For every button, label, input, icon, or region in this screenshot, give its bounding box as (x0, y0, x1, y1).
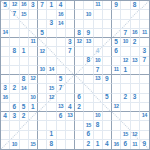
given-digit: 10 (12, 142, 17, 148)
cell-r5c15[interactable]: 2 (131, 38, 140, 47)
cell-r8c10[interactable] (84, 66, 93, 75)
cell-r2c5[interactable] (38, 10, 47, 19)
cell-r9c1[interactable] (1, 75, 10, 84)
cell-r7c11[interactable]: 10 (94, 57, 103, 66)
cell-r14c7[interactable] (57, 121, 66, 130)
given-digit: 9 (114, 2, 118, 9)
cell-r11c7[interactable] (57, 94, 66, 103)
cell-r7c12[interactable] (103, 57, 112, 66)
cell-r15c8[interactable] (66, 131, 75, 140)
cell-r4c14[interactable]: 7 (121, 29, 130, 38)
cell-r14c8[interactable] (66, 121, 75, 130)
cell-r7c15[interactable]: 13 (131, 57, 140, 66)
cell-r4c16[interactable]: 11 (140, 29, 149, 38)
cell-r12c1[interactable] (1, 103, 10, 112)
cell-r5c1[interactable] (1, 38, 10, 47)
cell-r2c3[interactable]: 15 (20, 10, 29, 19)
cell-r3c4[interactable] (29, 20, 38, 29)
given-digit: 5 (3, 2, 7, 9)
cell-r13c10[interactable] (84, 112, 93, 121)
given-digit: 8 (77, 30, 81, 37)
cell-r6c15[interactable] (131, 47, 140, 56)
cell-r1c10[interactable] (84, 1, 93, 10)
cell-r16c13[interactable]: 16 (112, 140, 121, 149)
given-digit: 1 (31, 104, 35, 111)
cell-r4c13[interactable] (112, 29, 121, 38)
cell-r7c9[interactable] (75, 57, 84, 66)
given-digit: 12 (77, 39, 82, 45)
cell-r1c3[interactable]: 16 (20, 1, 29, 10)
cell-r4c11[interactable] (94, 29, 103, 38)
cell-r6c7[interactable] (57, 47, 66, 56)
given-digit: 14 (49, 67, 54, 73)
given-digit: 8 (13, 48, 17, 55)
cell-r12c13[interactable]: 12 (112, 103, 121, 112)
cell-r16c9[interactable] (75, 140, 84, 149)
cell-r10c7[interactable]: 7 (57, 84, 66, 93)
cell-r1c14[interactable] (121, 1, 130, 10)
cell-r5c13[interactable]: 5 (112, 38, 121, 47)
given-digit: 5 (59, 76, 63, 83)
cell-r3c12[interactable] (103, 20, 112, 29)
cell-r9c10[interactable] (84, 75, 93, 84)
cell-r5c12[interactable] (103, 38, 112, 47)
cell-r12c8[interactable]: 4 (66, 103, 75, 112)
cell-r8c4[interactable] (29, 66, 38, 75)
cell-r4c6[interactable] (47, 29, 56, 38)
given-digit: 1 (50, 2, 54, 9)
cell-r13c14[interactable] (121, 112, 130, 121)
given-digit: 4 (68, 104, 72, 111)
cell-r2c15[interactable] (131, 10, 140, 19)
cell-r9c11[interactable]: 13 (94, 75, 103, 84)
cell-r11c4[interactable]: 10 (29, 94, 38, 103)
given-digit: 4 (105, 141, 109, 148)
cell-r15c11[interactable] (94, 131, 103, 140)
cell-r16c6[interactable]: 8 (47, 140, 56, 149)
cell-r4c12[interactable] (103, 29, 112, 38)
given-digit: 7 (40, 2, 44, 9)
cell-r16c15[interactable]: 11 (131, 140, 140, 149)
given-digit: 10 (95, 113, 100, 119)
cell-r3c10[interactable] (84, 20, 93, 29)
given-digit: 15 (49, 86, 54, 92)
given-digit: 7 (143, 57, 147, 64)
cell-r8c3[interactable] (20, 66, 29, 75)
cell-r5c7[interactable] (57, 38, 66, 47)
cell-r3c6[interactable]: 3 (47, 20, 56, 29)
cell-r12c16[interactable] (140, 103, 149, 112)
cell-r4c10[interactable]: 9 (84, 29, 93, 38)
cell-r10c1[interactable]: 3 (1, 84, 10, 93)
cell-r8c16[interactable] (140, 66, 149, 75)
cell-r16c5[interactable] (38, 140, 47, 149)
cell-r12c12[interactable] (103, 103, 112, 112)
cell-r11c2[interactable] (10, 94, 19, 103)
cell-r1c13[interactable]: 9 (112, 1, 121, 10)
cell-r6c10[interactable] (84, 47, 93, 56)
cell-r10c10[interactable] (84, 84, 93, 93)
cell-r10c14[interactable] (121, 84, 130, 93)
cell-r13c1[interactable]: 4 (1, 112, 10, 121)
cell-r4c4[interactable] (29, 29, 38, 38)
cell-r13c9[interactable] (75, 112, 84, 121)
cell-r16c12[interactable]: 4 (103, 140, 112, 149)
cell-r7c13[interactable] (112, 57, 121, 66)
cell-r16c11[interactable]: 1 (94, 140, 103, 149)
given-digit: 3 (3, 85, 7, 92)
cell-r1c9[interactable] (75, 1, 84, 10)
cell-r4c7[interactable] (57, 29, 66, 38)
cell-r14c11[interactable]: 8 (94, 121, 103, 130)
cell-r3c15[interactable] (131, 20, 140, 29)
cell-r11c5[interactable] (38, 94, 47, 103)
cell-r3c7[interactable]: 14 (57, 20, 66, 29)
cell-r15c13[interactable] (112, 131, 121, 140)
cell-r8c1[interactable] (1, 66, 10, 75)
cell-r9c15[interactable] (131, 75, 140, 84)
cell-r14c4[interactable] (29, 121, 38, 130)
cell-r8c11[interactable]: 7 (94, 66, 103, 75)
cell-r13c3[interactable]: 2 (20, 112, 29, 121)
given-digit: 9 (143, 141, 147, 148)
cell-r13c2[interactable]: 3 (10, 112, 19, 121)
cell-r1c8[interactable] (66, 1, 75, 10)
cell-r15c3[interactable] (20, 131, 29, 140)
cell-r7c8[interactable] (66, 57, 75, 66)
cell-r15c1[interactable] (1, 131, 10, 140)
cell-r5c4[interactable]: 11 (29, 38, 38, 47)
cell-r16c8[interactable] (66, 140, 75, 149)
cell-r10c13[interactable] (112, 84, 121, 93)
cell-r11c10[interactable] (84, 94, 93, 103)
cell-r14c13[interactable] (112, 121, 121, 130)
cell-r13c12[interactable] (103, 112, 112, 121)
cell-r13c16[interactable]: 14 (140, 112, 149, 121)
cell-r3c13[interactable] (112, 20, 121, 29)
cell-r14c12[interactable] (103, 121, 112, 130)
cell-r4c3[interactable] (20, 29, 29, 38)
cell-r13c11[interactable]: 10 (94, 112, 103, 121)
cell-r9c5[interactable] (38, 75, 47, 84)
cell-r3c14[interactable] (121, 20, 130, 29)
cell-r8c5[interactable]: 10 (38, 66, 47, 75)
cell-r15c4[interactable] (29, 131, 38, 140)
cell-r7c4[interactable] (29, 57, 38, 66)
cell-r15c7[interactable] (57, 131, 66, 140)
cell-r16c14[interactable]: 6 (121, 140, 130, 149)
given-digit: 3 (68, 39, 72, 46)
given-digit: 2 (124, 94, 128, 101)
cell-r6c12[interactable] (103, 47, 112, 56)
cell-r6c2[interactable]: 8 (10, 47, 19, 56)
cell-r9c13[interactable] (112, 75, 121, 84)
cell-r5c8[interactable]: 3 (66, 38, 75, 47)
cell-r10c15[interactable] (131, 84, 140, 93)
cell-r12c5[interactable] (38, 103, 47, 112)
cell-r9c16[interactable] (140, 75, 149, 84)
cell-r9c7[interactable]: 5 (57, 75, 66, 84)
given-digit: 10 (30, 95, 35, 101)
cell-r6c8[interactable]: 7 (66, 47, 75, 56)
cell-r14c16[interactable] (140, 121, 149, 130)
cell-r13c5[interactable] (38, 112, 47, 121)
cell-r10c9[interactable] (75, 84, 84, 93)
cell-r5c10[interactable]: 13 (84, 38, 93, 47)
cell-r4c8[interactable] (66, 29, 75, 38)
cell-r4c2[interactable] (10, 29, 19, 38)
cell-r13c7[interactable]: 6 (57, 112, 66, 121)
cell-r10c3[interactable]: 14 (20, 84, 29, 93)
cell-r3c3[interactable] (20, 20, 29, 29)
cell-r7c2[interactable] (10, 57, 19, 66)
given-digit: 12 (123, 58, 128, 64)
cell-r12c9[interactable]: 2 (75, 103, 84, 112)
cell-r3c5[interactable] (38, 20, 47, 29)
cell-r15c10[interactable]: 6 (84, 131, 93, 140)
given-digit: 13 (132, 58, 137, 64)
cell-r15c14[interactable]: 15 (121, 131, 130, 140)
cell-r2c9[interactable] (75, 10, 84, 19)
cell-r8c15[interactable] (131, 66, 140, 75)
cell-r13c4[interactable] (29, 112, 38, 121)
cell-r10c6[interactable]: 15 (47, 84, 56, 93)
cell-r7c6[interactable] (47, 57, 56, 66)
cell-r14c14[interactable] (121, 121, 130, 130)
cell-r15c16[interactable] (140, 131, 149, 140)
cell-r14c2[interactable] (10, 121, 19, 130)
user-digit: 4 (96, 48, 100, 55)
cell-r3c11[interactable] (94, 20, 103, 29)
cell-r13c6[interactable] (47, 112, 56, 121)
cell-r1c5[interactable]: 7 (38, 1, 47, 10)
cell-r7c10[interactable]: 8 (84, 57, 93, 66)
cell-r7c1[interactable] (1, 57, 10, 66)
cell-r5c3[interactable] (20, 38, 29, 47)
cell-r15c5[interactable] (38, 131, 47, 140)
cell-r12c3[interactable]: 5 (20, 103, 29, 112)
given-digit: 6 (59, 113, 63, 120)
cell-r16c3[interactable] (20, 140, 29, 149)
cell-r10c8[interactable] (66, 84, 75, 93)
cell-r9c2[interactable] (10, 75, 19, 84)
cell-r8c13[interactable]: 11 (112, 66, 121, 75)
given-digit: 6 (114, 48, 118, 55)
cell-r10c12[interactable] (103, 84, 112, 93)
cell-r4c15[interactable]: 16 (131, 29, 140, 38)
cell-r14c9[interactable] (75, 121, 84, 130)
cell-r7c3[interactable] (20, 57, 29, 66)
cell-r11c14[interactable]: 2 (121, 94, 130, 103)
cell-r6c14[interactable] (121, 47, 130, 56)
cell-r16c1[interactable] (1, 140, 10, 149)
cell-r16c2[interactable]: 10 (10, 140, 19, 149)
given-digit: 7 (124, 30, 128, 37)
given-digit: 13 (95, 76, 100, 82)
cell-r2c12[interactable] (103, 10, 112, 19)
given-digit: 5 (105, 94, 109, 101)
cell-r1c4[interactable]: 3 (29, 1, 38, 10)
cell-r5c16[interactable] (140, 38, 149, 47)
cell-r14c5[interactable] (38, 121, 47, 130)
given-digit: 10 (95, 58, 100, 64)
cell-r11c12[interactable]: 5 (103, 94, 112, 103)
cell-r6c3[interactable]: 1 (20, 47, 29, 56)
cell-r8c14[interactable]: 1 (121, 66, 130, 75)
cell-r10c11[interactable] (94, 84, 103, 93)
cell-r11c9[interactable]: 6 (75, 94, 84, 103)
cell-r8c12[interactable] (103, 66, 112, 75)
cell-r2c8[interactable] (66, 10, 75, 19)
cell-r3c16[interactable] (140, 20, 149, 29)
cell-r12c7[interactable]: 13 (57, 103, 66, 112)
cell-r6c6[interactable] (47, 47, 56, 56)
given-digit: 13 (67, 113, 72, 119)
given-digit: 16 (58, 12, 63, 18)
cell-r2c4[interactable] (29, 10, 38, 19)
cell-r1c12[interactable] (103, 1, 112, 10)
cell-r9c12[interactable]: 9 (103, 75, 112, 84)
cell-r9c4[interactable]: 12 (29, 75, 38, 84)
cell-r13c13[interactable] (112, 112, 121, 121)
cell-r1c11[interactable]: 11 (94, 1, 103, 10)
cell-r2c7[interactable]: 16 (57, 10, 66, 19)
given-digit: 14 (142, 113, 147, 119)
cell-r6c9[interactable] (75, 47, 84, 56)
cell-r8c9[interactable] (75, 66, 84, 75)
cell-r12c14[interactable] (121, 103, 130, 112)
cell-r15c15[interactable]: 12 (131, 131, 140, 140)
cell-r2c11[interactable] (94, 10, 103, 19)
cell-r8c2[interactable] (10, 66, 19, 75)
cell-r14c15[interactable] (131, 121, 140, 130)
cell-r11c11[interactable] (94, 94, 103, 103)
cell-r1c6[interactable]: 1 (47, 1, 56, 10)
cell-r10c2[interactable]: 2 (10, 84, 19, 93)
cell-r16c16[interactable]: 9 (140, 140, 149, 149)
cell-r11c6[interactable]: 12 (47, 94, 56, 103)
cell-r2c16[interactable] (140, 10, 149, 19)
cell-r12c15[interactable] (131, 103, 140, 112)
cell-r4c5[interactable]: 5 (38, 29, 47, 38)
given-digit: 3 (133, 94, 137, 101)
cell-r11c1[interactable]: 16 (1, 94, 10, 103)
cell-r2c13[interactable] (112, 10, 121, 19)
given-digit: 9 (87, 30, 91, 37)
cell-r5c5[interactable] (38, 38, 47, 47)
cell-r16c4[interactable]: 15 (29, 140, 38, 149)
given-digit: 7 (68, 48, 72, 55)
cell-r14c6[interactable] (47, 121, 56, 130)
cell-r2c1[interactable] (1, 10, 10, 19)
cell-r11c16[interactable] (140, 94, 149, 103)
cell-r7c7[interactable] (57, 57, 66, 66)
cell-r10c5[interactable] (38, 84, 47, 93)
cell-r4c9[interactable]: 8 (75, 29, 84, 38)
given-digit: 16 (114, 142, 119, 148)
cell-r1c2[interactable]: 12 (10, 1, 19, 10)
cell-r2c6[interactable] (47, 10, 56, 19)
cell-r12c4[interactable]: 1 (29, 103, 38, 112)
cell-r5c9[interactable]: 12 (75, 38, 84, 47)
cell-r15c6[interactable]: 1 (47, 131, 56, 140)
cell-r6c4[interactable] (29, 47, 38, 56)
cell-r1c1[interactable]: 5 (1, 1, 10, 10)
cell-r5c14[interactable]: 10 (121, 38, 130, 47)
cell-r16c10[interactable]: 2 (84, 140, 93, 149)
cell-r6c16[interactable]: 3 (140, 47, 149, 56)
cell-r9c14[interactable] (121, 75, 130, 84)
cell-r5c11[interactable] (94, 38, 103, 47)
cell-r6c11[interactable]: 4 (94, 47, 103, 56)
given-digit: 6 (124, 141, 128, 148)
cell-r11c13[interactable] (112, 94, 121, 103)
cell-r11c15[interactable]: 3 (131, 94, 140, 103)
cell-r1c16[interactable] (140, 1, 149, 10)
given-digit: 16 (3, 95, 8, 101)
cell-r12c11[interactable] (94, 103, 103, 112)
cell-r3c2[interactable] (10, 20, 19, 29)
cell-r5c6[interactable] (47, 38, 56, 47)
cell-r8c6[interactable]: 14 (47, 66, 56, 75)
given-digit: 8 (96, 122, 100, 129)
cell-r7c16[interactable]: 7 (140, 57, 149, 66)
cell-r10c4[interactable] (29, 84, 38, 93)
cell-r9c3[interactable]: 8 (20, 75, 29, 84)
cell-r3c9[interactable] (75, 20, 84, 29)
cell-r14c10[interactable]: 15 (84, 121, 93, 130)
cell-r11c3[interactable] (20, 94, 29, 103)
cell-r12c2[interactable]: 6 (10, 103, 19, 112)
cell-r4c1[interactable]: 14 (1, 29, 10, 38)
cell-r16c7[interactable] (57, 140, 66, 149)
cell-r13c8[interactable]: 13 (66, 112, 75, 121)
cell-r9c6[interactable] (47, 75, 56, 84)
given-digit: 11 (30, 39, 35, 45)
cell-r15c2[interactable] (10, 131, 19, 140)
cell-r7c5[interactable] (38, 57, 47, 66)
cell-r1c15[interactable]: 8 (131, 1, 140, 10)
cell-r12c6[interactable] (47, 103, 56, 112)
given-digit: 1 (96, 141, 100, 148)
cell-r2c10[interactable]: 10 (84, 10, 93, 19)
cell-r12c10[interactable] (84, 103, 93, 112)
cell-r1c7[interactable]: 4 (57, 1, 66, 10)
cell-r7c14[interactable]: 12 (121, 57, 130, 66)
cell-r14c3[interactable] (20, 121, 29, 130)
cell-r15c12[interactable] (103, 131, 112, 140)
cell-r9c9[interactable] (75, 75, 84, 84)
given-digit: 1 (124, 67, 128, 74)
cell-r3c8[interactable] (66, 20, 75, 29)
cell-r6c13[interactable]: 6 (112, 47, 121, 56)
cell-r6c5[interactable]: 12 (38, 47, 47, 56)
given-digit: 5 (114, 39, 118, 46)
cell-r2c2[interactable]: 7 (10, 10, 19, 19)
cell-r5c2[interactable] (10, 38, 19, 47)
cell-r15c9[interactable] (75, 131, 84, 140)
cell-r6c1[interactable] (1, 47, 10, 56)
cell-r11c8[interactable] (66, 94, 75, 103)
cell-r9c8[interactable] (66, 75, 75, 84)
cell-r13c15[interactable] (131, 112, 140, 121)
cell-r2c14[interactable] (121, 10, 130, 19)
cell-r10c16[interactable] (140, 84, 149, 93)
cell-r8c7[interactable] (57, 66, 66, 75)
cell-r14c1[interactable] (1, 121, 10, 130)
cell-r3c1[interactable] (1, 20, 10, 29)
cell-r8c8[interactable] (66, 66, 75, 75)
